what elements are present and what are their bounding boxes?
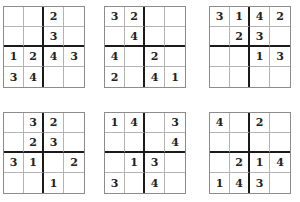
cell-r1c1: 3 [210,7,230,27]
cell-r3c4[interactable] [165,47,185,67]
cell-r2c2[interactable] [125,133,145,153]
cell-r4c3: 4 [145,67,165,87]
cell-r3c1[interactable] [210,153,230,173]
cell-r2c4[interactable] [165,27,185,47]
cell-r3c4: 3 [270,47,290,67]
cell-r2c1[interactable] [105,133,125,153]
cell-r3c3[interactable] [44,153,64,173]
cell-r3c1: 4 [105,47,125,67]
cell-r4c3[interactable] [44,67,64,87]
cell-r2c2: 2 [24,133,44,153]
cell-r3c1: 1 [4,47,24,67]
sudoku-grid-top-right: 31422313 [209,6,291,88]
cell-r4c1: 2 [105,67,125,87]
cell-r4c2: 4 [230,173,250,193]
cell-r3c2: 2 [230,153,250,173]
cell-r1c2[interactable] [24,7,44,27]
cell-r1c3: 2 [44,113,64,133]
cell-r3c4: 2 [64,153,84,173]
cell-r3c1[interactable] [105,153,125,173]
cell-r2c2[interactable] [24,27,44,47]
cell-r1c4[interactable] [64,7,84,27]
cell-r1c3[interactable] [145,7,165,27]
cell-r1c2: 3 [24,113,44,133]
cell-r3c2: 2 [24,47,44,67]
cell-r1c1: 1 [105,113,125,133]
cell-r4c1: 3 [105,173,125,193]
cell-r3c3: 1 [250,47,270,67]
cell-r1c3[interactable] [145,113,165,133]
cell-r1c2: 1 [230,7,250,27]
cell-r1c4: 2 [270,7,290,27]
cell-r2c2: 2 [230,27,250,47]
sudoku-grid-bottom-left: 32233121 [3,112,85,194]
cell-r3c4: 4 [270,153,290,173]
cell-r4c1[interactable] [4,173,24,193]
cell-r2c1[interactable] [210,133,230,153]
sudoku-grid-bottom-right: 42214143 [209,112,291,194]
cell-r1c4: 3 [165,113,185,133]
cell-r1c3: 2 [44,7,64,27]
cell-r2c2: 4 [125,27,145,47]
cell-r1c4[interactable] [165,7,185,27]
sudoku-grid-top-middle: 32442241 [104,6,186,88]
cell-r1c2: 2 [125,7,145,27]
cell-r2c1[interactable] [210,27,230,47]
cell-r1c1: 3 [105,7,125,27]
cell-r2c2[interactable] [230,133,250,153]
cell-r4c4[interactable] [165,173,185,193]
cell-r4c1: 3 [4,67,24,87]
cell-r2c4[interactable] [270,27,290,47]
cell-r4c4[interactable] [64,67,84,87]
cell-r1c3: 2 [250,113,270,133]
cell-r4c2[interactable] [125,67,145,87]
cell-r2c4[interactable] [64,133,84,153]
cell-r2c3: 3 [250,27,270,47]
cell-r1c4[interactable] [64,113,84,133]
sudoku-grid-top-left: 23124334 [3,6,85,88]
cell-r3c2: 1 [24,153,44,173]
cell-r2c3[interactable] [250,133,270,153]
cell-r3c2[interactable] [125,47,145,67]
cell-r3c3: 3 [145,153,165,173]
cell-r2c4[interactable] [64,27,84,47]
cell-r3c3: 1 [250,153,270,173]
cell-r3c2: 1 [125,153,145,173]
cell-r3c3: 4 [44,47,64,67]
cell-r1c2[interactable] [230,113,250,133]
sudoku-grid-bottom-middle: 14341334 [104,112,186,194]
cell-r4c4[interactable] [270,67,290,87]
cell-r1c1[interactable] [4,113,24,133]
cell-r3c4[interactable] [165,153,185,173]
cell-r2c3[interactable] [145,133,165,153]
cell-r4c2[interactable] [125,173,145,193]
cell-r1c2: 4 [125,113,145,133]
cell-r2c1[interactable] [4,27,24,47]
cell-r1c3: 4 [250,7,270,27]
cell-r2c4: 4 [165,133,185,153]
cell-r4c1: 1 [210,173,230,193]
cell-r4c2[interactable] [230,67,250,87]
cell-r3c1[interactable] [210,47,230,67]
cell-r1c1[interactable] [4,7,24,27]
cell-r1c4[interactable] [270,113,290,133]
cell-r2c4[interactable] [270,133,290,153]
cell-r4c3[interactable] [250,67,270,87]
cell-r4c4[interactable] [270,173,290,193]
cell-r4c3: 1 [44,173,64,193]
cell-r4c2: 4 [24,67,44,87]
cell-r2c3: 3 [44,133,64,153]
cell-r2c3[interactable] [145,27,165,47]
cell-r2c1[interactable] [105,27,125,47]
cell-r3c3: 2 [145,47,165,67]
cell-r3c2[interactable] [230,47,250,67]
cell-r1c1: 4 [210,113,230,133]
cell-r4c1[interactable] [210,67,230,87]
cell-r4c4: 1 [165,67,185,87]
cell-r2c3: 3 [44,27,64,47]
cell-r4c4[interactable] [64,173,84,193]
sudoku-worksheet: 23124334 32442241 31422313 32233121 1434… [0,0,300,202]
cell-r3c4: 3 [64,47,84,67]
cell-r4c2[interactable] [24,173,44,193]
cell-r3c1: 3 [4,153,24,173]
cell-r2c1[interactable] [4,133,24,153]
cell-r4c3: 4 [145,173,165,193]
cell-r4c3: 3 [250,173,270,193]
